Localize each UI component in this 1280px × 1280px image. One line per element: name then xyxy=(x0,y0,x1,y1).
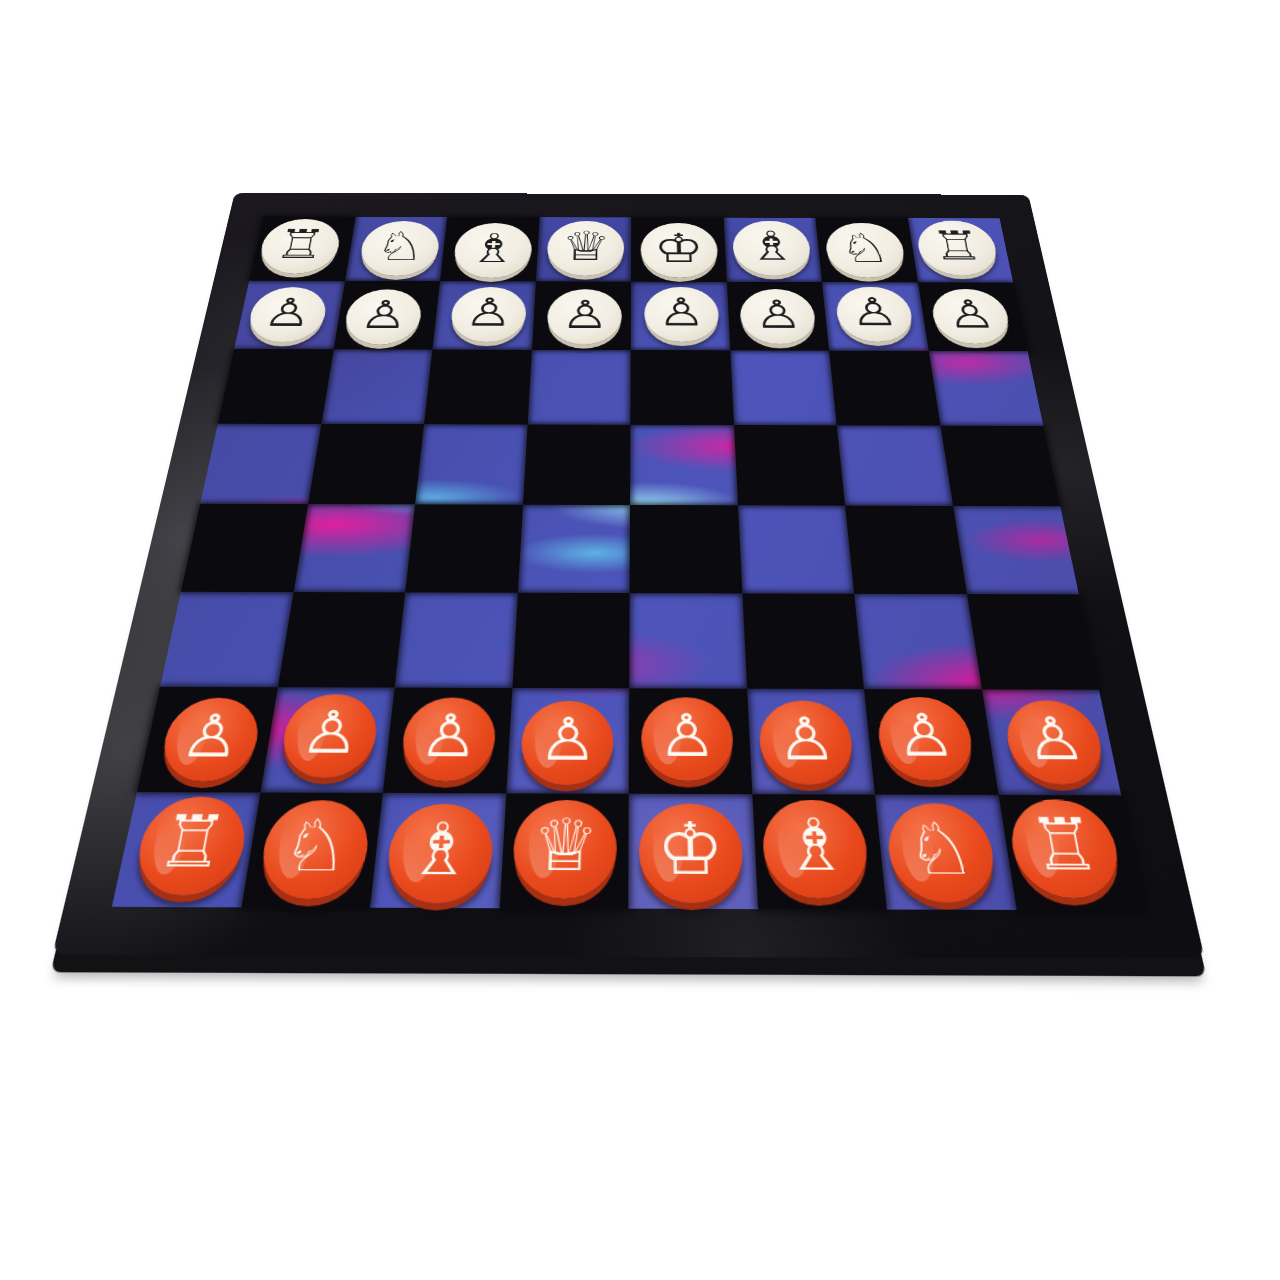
piece-white-pawn[interactable]: ♙ xyxy=(758,701,856,785)
bishop-glyph: ♗ xyxy=(404,813,477,885)
square-f7[interactable]: ♙ xyxy=(726,282,829,351)
knight-glyph: ♘ xyxy=(373,227,428,267)
piece-white-rook[interactable]: ♖ xyxy=(1005,799,1126,898)
square-h6[interactable] xyxy=(928,351,1043,426)
square-g3[interactable] xyxy=(854,593,981,689)
board-grid: ♖♘♗♕♔♗♘♖♙♙♙♙♙♙♙♙♙♙♙♙♙♙♙♙♖♘♗♕♔♗♘♖ xyxy=(112,217,1146,911)
pawn-glyph: ♙ xyxy=(775,710,838,769)
square-g7[interactable]: ♙ xyxy=(822,282,928,351)
knight-glyph: ♘ xyxy=(837,228,892,268)
piece-black-pawn[interactable]: ♙ xyxy=(546,289,622,344)
pawn-glyph: ♙ xyxy=(561,295,609,334)
king-glyph: ♔ xyxy=(654,229,705,269)
square-b4[interactable] xyxy=(293,504,415,592)
board-marbled-surface: ♖♘♗♕♔♗♘♖♙♙♙♙♙♙♙♙♙♙♙♙♙♙♙♙♖♘♗♕♔♗♘♖ xyxy=(112,217,1146,911)
chess-board: ♖♘♗♕♔♗♘♖♙♙♙♙♙♙♙♙♙♙♙♙♙♙♙♙♖♘♗♕♔♗♘♖ xyxy=(52,193,1204,959)
bishop-glyph: ♗ xyxy=(779,809,852,881)
square-e7[interactable]: ♙ xyxy=(631,281,730,350)
square-e4[interactable] xyxy=(630,505,742,593)
square-b2[interactable]: ♙ xyxy=(260,687,395,792)
piece-black-pawn[interactable]: ♙ xyxy=(739,289,818,344)
piece-black-rook[interactable]: ♖ xyxy=(915,221,1002,276)
square-b8[interactable]: ♘ xyxy=(345,217,448,281)
piece-white-pawn[interactable]: ♙ xyxy=(399,698,498,782)
bishop-glyph: ♗ xyxy=(745,226,798,266)
piece-white-bishop[interactable]: ♗ xyxy=(383,803,495,903)
piece-black-knight[interactable]: ♘ xyxy=(358,221,442,276)
piece-white-knight[interactable]: ♘ xyxy=(256,800,373,899)
square-a6[interactable] xyxy=(218,349,333,424)
square-a4[interactable] xyxy=(181,504,308,592)
square-d6[interactable] xyxy=(527,350,630,425)
pawn-glyph: ♙ xyxy=(463,293,513,332)
knight-glyph: ♘ xyxy=(277,810,354,882)
square-g2[interactable]: ♙ xyxy=(864,689,998,794)
rook-glyph: ♖ xyxy=(152,806,233,878)
square-a8[interactable]: ♖ xyxy=(249,217,355,281)
square-a3[interactable] xyxy=(160,591,293,687)
pawn-glyph: ♙ xyxy=(848,292,900,331)
square-f1[interactable]: ♗ xyxy=(752,794,887,910)
square-g8[interactable]: ♘ xyxy=(815,218,917,282)
pawn-glyph: ♙ xyxy=(657,293,705,332)
pawn-glyph: ♙ xyxy=(261,293,315,332)
king-glyph: ♔ xyxy=(656,813,725,885)
bishop-glyph: ♗ xyxy=(466,229,519,269)
square-h4[interactable] xyxy=(953,506,1079,594)
square-e3[interactable] xyxy=(629,593,746,689)
square-d8[interactable]: ♕ xyxy=(535,217,631,281)
square-g5[interactable] xyxy=(837,425,953,506)
pawn-glyph: ♙ xyxy=(657,706,716,765)
square-a5[interactable] xyxy=(200,423,321,504)
square-d1[interactable]: ♕ xyxy=(499,793,629,909)
pawn-glyph: ♙ xyxy=(176,707,245,766)
square-e6[interactable] xyxy=(630,350,733,425)
square-d4[interactable] xyxy=(517,505,630,593)
pawn-glyph: ♙ xyxy=(753,295,803,334)
square-a1[interactable]: ♖ xyxy=(112,792,260,908)
piece-black-pawn[interactable]: ♙ xyxy=(644,287,719,342)
square-a2[interactable]: ♙ xyxy=(137,687,277,792)
pawn-glyph: ♙ xyxy=(537,710,597,769)
square-c6[interactable] xyxy=(424,350,531,425)
square-c4[interactable] xyxy=(405,504,522,592)
square-c2[interactable]: ♙ xyxy=(383,688,512,793)
piece-black-bishop[interactable]: ♗ xyxy=(732,221,813,276)
piece-black-knight[interactable]: ♘ xyxy=(823,223,907,278)
square-d7[interactable]: ♙ xyxy=(532,281,631,350)
piece-black-pawn[interactable]: ♙ xyxy=(449,287,528,342)
square-g4[interactable] xyxy=(845,506,966,594)
piece-white-king[interactable]: ♔ xyxy=(639,803,745,903)
piece-black-pawn[interactable]: ♙ xyxy=(929,289,1013,344)
square-h3[interactable] xyxy=(966,594,1099,690)
piece-black-bishop[interactable]: ♗ xyxy=(452,223,533,278)
piece-white-pawn[interactable]: ♙ xyxy=(520,701,614,785)
knight-glyph: ♘ xyxy=(902,813,979,885)
piece-black-king[interactable]: ♔ xyxy=(640,223,718,278)
rook-glyph: ♖ xyxy=(1024,809,1104,881)
square-d5[interactable] xyxy=(523,424,631,505)
square-c8[interactable]: ♗ xyxy=(440,217,539,281)
queen-glyph: ♕ xyxy=(530,809,599,881)
square-f6[interactable] xyxy=(730,350,837,425)
square-b1[interactable]: ♘ xyxy=(241,792,383,908)
pawn-glyph: ♙ xyxy=(892,706,958,765)
photo-scene: ♖♘♗♕♔♗♘♖♙♙♙♙♙♙♙♙♙♙♙♙♙♙♙♙♖♘♗♕♔♗♘♖ xyxy=(0,0,1280,1280)
pawn-glyph: ♙ xyxy=(1020,710,1089,769)
square-h5[interactable] xyxy=(940,425,1060,506)
piece-black-pawn[interactable]: ♙ xyxy=(245,287,330,342)
square-c5[interactable] xyxy=(415,424,527,505)
square-a7[interactable]: ♙ xyxy=(234,280,344,349)
square-f8[interactable]: ♗ xyxy=(723,218,822,282)
piece-white-pawn[interactable]: ♙ xyxy=(641,697,734,781)
piece-white-bishop[interactable]: ♗ xyxy=(761,799,872,898)
square-h8[interactable]: ♖ xyxy=(907,218,1013,282)
piece-white-knight[interactable]: ♘ xyxy=(884,803,1000,903)
piece-white-queen[interactable]: ♕ xyxy=(511,800,617,899)
square-b7[interactable]: ♙ xyxy=(333,281,440,350)
rook-glyph: ♖ xyxy=(271,225,329,265)
piece-white-pawn[interactable]: ♙ xyxy=(874,697,976,781)
square-g1[interactable]: ♘ xyxy=(875,794,1016,910)
piece-white-pawn[interactable]: ♙ xyxy=(278,694,381,778)
piece-black-queen[interactable]: ♕ xyxy=(546,221,624,276)
square-c1[interactable]: ♗ xyxy=(370,792,506,908)
square-h2[interactable]: ♙ xyxy=(981,689,1121,794)
square-h1[interactable]: ♖ xyxy=(998,794,1146,910)
pawn-glyph: ♙ xyxy=(943,295,997,334)
square-c7[interactable]: ♙ xyxy=(432,281,535,350)
square-g6[interactable] xyxy=(829,351,940,426)
square-b3[interactable] xyxy=(277,592,405,688)
square-d2[interactable]: ♙ xyxy=(506,688,629,793)
square-c3[interactable] xyxy=(395,592,518,688)
square-h7[interactable]: ♙ xyxy=(917,282,1027,351)
pawn-glyph: ♙ xyxy=(417,707,480,766)
square-f3[interactable] xyxy=(742,593,864,689)
square-e8[interactable]: ♔ xyxy=(631,217,726,281)
pawn-glyph: ♙ xyxy=(358,295,411,334)
square-e5[interactable] xyxy=(630,424,738,505)
piece-white-rook[interactable]: ♖ xyxy=(130,796,252,895)
square-d3[interactable] xyxy=(512,592,630,688)
piece-white-pawn[interactable]: ♙ xyxy=(1002,701,1109,785)
square-b6[interactable] xyxy=(321,349,432,424)
square-e2[interactable]: ♙ xyxy=(629,688,752,793)
queen-glyph: ♕ xyxy=(560,226,611,266)
square-f5[interactable] xyxy=(734,425,846,506)
piece-black-pawn[interactable]: ♙ xyxy=(342,289,424,344)
square-f4[interactable] xyxy=(738,505,855,593)
square-f2[interactable]: ♙ xyxy=(747,689,875,794)
rook-glyph: ♖ xyxy=(929,226,986,266)
pawn-glyph: ♙ xyxy=(297,703,363,762)
piece-white-pawn[interactable]: ♙ xyxy=(156,698,264,782)
square-b5[interactable] xyxy=(308,424,424,505)
piece-black-pawn[interactable]: ♙ xyxy=(834,287,915,342)
square-e1[interactable]: ♔ xyxy=(628,793,757,909)
chess-board-perspective-wrapper: ♖♘♗♕♔♗♘♖♙♙♙♙♙♙♙♙♙♙♙♙♙♙♙♙♖♘♗♕♔♗♘♖ xyxy=(52,193,1204,959)
piece-black-rook[interactable]: ♖ xyxy=(256,219,343,274)
